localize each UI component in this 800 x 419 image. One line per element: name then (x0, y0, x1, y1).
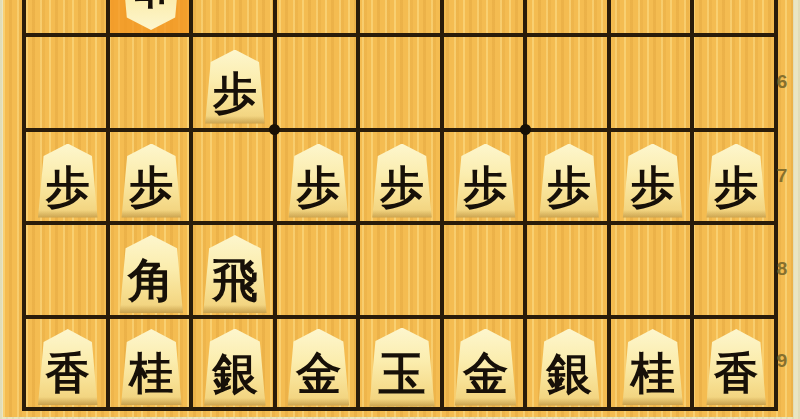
sente-pawn-piece[interactable]: 歩 (538, 144, 600, 218)
square-37[interactable]: 歩 (527, 132, 611, 225)
hoshi-dot-right (520, 124, 531, 135)
square-86[interactable] (110, 37, 194, 132)
square-15[interactable] (694, 0, 778, 37)
square-68[interactable] (277, 225, 361, 319)
gote-pawn-piece[interactable]: 歩 (120, 0, 182, 30)
square-65[interactable] (277, 0, 361, 37)
piece-kanji: 香 (714, 351, 758, 395)
hoshi-dot-left (269, 124, 280, 135)
piece-kanji: 歩 (547, 165, 591, 209)
square-98[interactable] (26, 225, 110, 319)
piece-kanji: 歩 (129, 165, 173, 209)
square-87[interactable]: 歩 (110, 132, 194, 225)
square-49[interactable]: 金 (444, 319, 528, 411)
square-27[interactable]: 歩 (611, 132, 695, 225)
square-76[interactable]: 歩 (193, 37, 277, 132)
square-47[interactable]: 歩 (444, 132, 528, 225)
square-35[interactable] (527, 0, 611, 37)
piece-kanji: 歩 (631, 165, 675, 209)
rank-label-7: 7 (773, 165, 791, 187)
piece-kanji: 歩 (46, 165, 90, 209)
square-55[interactable] (360, 0, 444, 37)
sente-lance-piece[interactable]: 香 (705, 329, 767, 405)
shogi-board: 歩歩歩歩歩歩歩歩歩歩角飛香桂銀金玉金銀桂香 (3, 0, 793, 417)
square-46[interactable] (444, 37, 528, 132)
piece-kanji: 歩 (129, 0, 173, 9)
sente-gold-piece[interactable]: 金 (454, 329, 518, 406)
sente-lance-piece[interactable]: 香 (37, 329, 99, 405)
square-97[interactable]: 歩 (26, 132, 110, 225)
piece-kanji: 歩 (213, 71, 257, 115)
piece-kanji: 桂 (631, 351, 675, 395)
piece-kanji: 歩 (714, 165, 758, 209)
square-66[interactable] (277, 37, 361, 132)
square-85[interactable]: 歩 (110, 0, 194, 37)
square-56[interactable] (360, 37, 444, 132)
piece-kanji: 飛 (212, 257, 258, 303)
square-28[interactable] (611, 225, 695, 319)
sente-pawn-piece[interactable]: 歩 (204, 50, 266, 124)
square-88[interactable]: 角 (110, 225, 194, 319)
rank-label-9: 9 (773, 350, 791, 372)
sente-knight-piece[interactable]: 桂 (120, 329, 183, 405)
square-58[interactable] (360, 225, 444, 319)
sente-silver-piece[interactable]: 銀 (203, 329, 267, 406)
piece-kanji: 歩 (380, 165, 424, 209)
square-26[interactable] (611, 37, 695, 132)
square-57[interactable]: 歩 (360, 132, 444, 225)
piece-kanji: 玉 (378, 350, 425, 397)
sente-king-piece[interactable]: 玉 (368, 328, 436, 407)
sente-gold-piece[interactable]: 金 (286, 329, 350, 406)
sente-silver-piece[interactable]: 銀 (537, 329, 601, 406)
square-36[interactable] (527, 37, 611, 132)
square-69[interactable]: 金 (277, 319, 361, 411)
square-38[interactable] (527, 225, 611, 319)
square-89[interactable]: 桂 (110, 319, 194, 411)
square-29[interactable]: 桂 (611, 319, 695, 411)
piece-kanji: 角 (128, 257, 174, 303)
piece-kanji: 金 (296, 351, 341, 396)
square-25[interactable] (611, 0, 695, 37)
sente-pawn-piece[interactable]: 歩 (705, 144, 767, 218)
square-67[interactable]: 歩 (277, 132, 361, 225)
square-17[interactable]: 歩 (694, 132, 778, 225)
sente-pawn-piece[interactable]: 歩 (622, 144, 684, 218)
square-95[interactable] (26, 0, 110, 37)
square-45[interactable] (444, 0, 528, 37)
square-99[interactable]: 香 (26, 319, 110, 411)
sente-pawn-piece[interactable]: 歩 (371, 144, 433, 218)
square-39[interactable]: 銀 (527, 319, 611, 411)
square-18[interactable] (694, 225, 778, 319)
square-16[interactable] (694, 37, 778, 132)
piece-kanji: 金 (463, 351, 508, 396)
sente-pawn-piece[interactable]: 歩 (287, 144, 349, 218)
rank-label-6: 6 (773, 71, 791, 93)
piece-kanji: 銀 (547, 351, 592, 396)
sente-pawn-piece[interactable]: 歩 (455, 144, 517, 218)
sente-knight-piece[interactable]: 桂 (621, 329, 684, 405)
sente-rook-piece[interactable]: 飛 (202, 235, 268, 313)
rank-label-8: 8 (773, 258, 791, 280)
square-59[interactable]: 玉 (360, 319, 444, 411)
square-48[interactable] (444, 225, 528, 319)
square-96[interactable] (26, 37, 110, 132)
sente-pawn-piece[interactable]: 歩 (120, 144, 182, 218)
square-78[interactable]: 飛 (193, 225, 277, 319)
square-79[interactable]: 銀 (193, 319, 277, 411)
sente-pawn-piece[interactable]: 歩 (37, 144, 99, 218)
piece-kanji: 歩 (296, 165, 340, 209)
piece-kanji: 銀 (212, 351, 257, 396)
sente-bishop-piece[interactable]: 角 (118, 235, 184, 313)
square-19[interactable]: 香 (694, 319, 778, 411)
piece-kanji: 香 (46, 351, 90, 395)
square-75[interactable] (193, 0, 277, 37)
square-77[interactable] (193, 132, 277, 225)
piece-kanji: 歩 (464, 165, 508, 209)
piece-kanji: 桂 (129, 351, 173, 395)
board-grid: 歩歩歩歩歩歩歩歩歩歩角飛香桂銀金玉金銀桂香 (22, 0, 778, 411)
